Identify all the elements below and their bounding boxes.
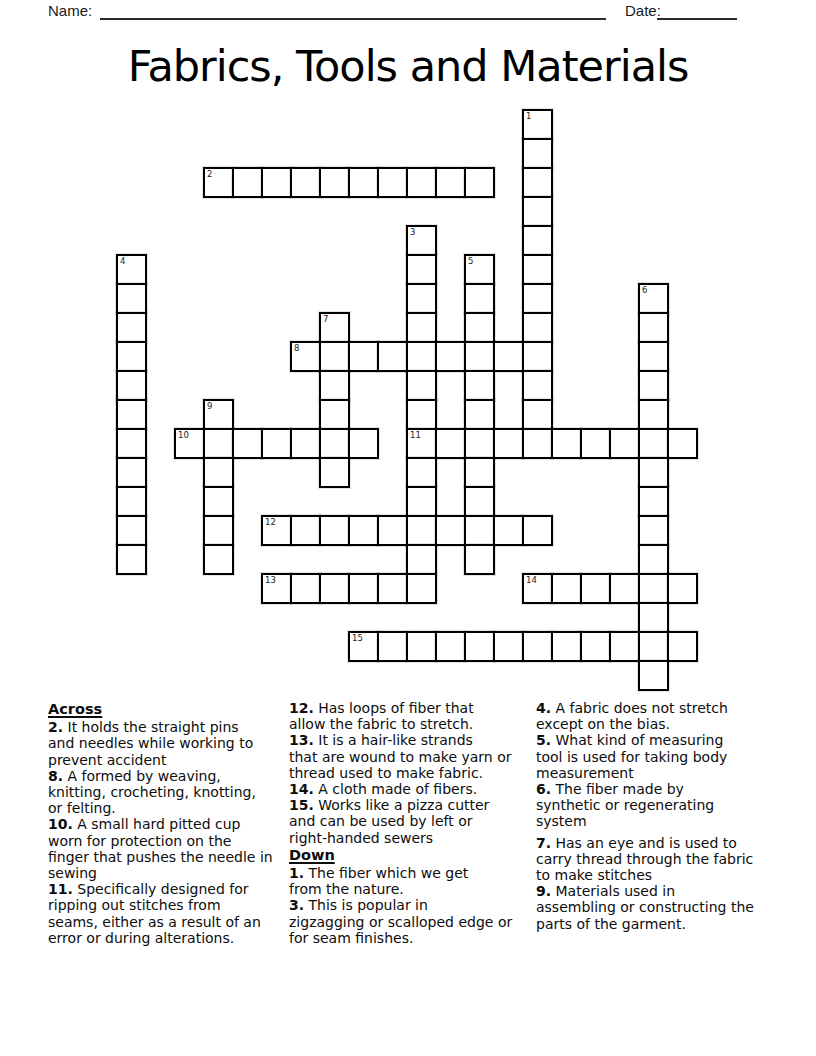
grid-cell-r11c7[interactable] [319,428,350,459]
grid-cell-r18c8[interactable]: 15 [348,631,379,662]
grid-cell-r11c18[interactable] [638,428,669,459]
grid-cell-r12c12[interactable] [464,457,495,488]
grid-cell-r16c8[interactable] [348,573,379,604]
grid-cell-r2c5[interactable] [261,167,292,198]
grid-cell-r12c18[interactable] [638,457,669,488]
grid-cell-r15c18[interactable] [638,544,669,575]
clue-number-15: 15 [352,633,363,643]
grid-cell-r14c7[interactable] [319,515,350,546]
grid-cell-r16c18[interactable] [638,573,669,604]
grid-cell-r5c10[interactable] [406,254,437,285]
grid-cell-r2c9[interactable] [377,167,408,198]
grid-cell-r2c8[interactable] [348,167,379,198]
crossword-grid: 123456789101112131415 [116,109,698,691]
grid-cell-r0c14[interactable]: 1 [522,109,553,140]
grid-cell-r10c0[interactable] [116,399,147,430]
grid-cell-r2c11[interactable] [435,167,466,198]
grid-cell-r8c18[interactable] [638,341,669,372]
grid-cell-r17c18[interactable] [638,602,669,633]
grid-cell-r11c14[interactable] [522,428,553,459]
grid-cell-r16c10[interactable] [406,573,437,604]
clue-number-12: 12 [265,517,276,527]
grid-cell-r11c11[interactable] [435,428,466,459]
clue-number-13: 13 [265,575,276,585]
grid-cell-r10c12[interactable] [464,399,495,430]
grid-cell-r15c12[interactable] [464,544,495,575]
grid-cell-r11c5[interactable] [261,428,292,459]
grid-cell-r18c18[interactable] [638,631,669,662]
grid-cell-r13c10[interactable] [406,486,437,517]
clue-down-4: 4. A fabric does not stretchexcept on th… [536,700,800,732]
clue-across-13: 13. It is a hair-like strandsthat are wo… [289,732,535,781]
clue-across-15: 15. Works like a pizza cutterand can be … [289,797,535,846]
grid-cell-r16c9[interactable] [377,573,408,604]
clue-number-11: 11 [410,430,421,440]
grid-cell-r9c12[interactable] [464,370,495,401]
grid-cell-r10c18[interactable] [638,399,669,430]
grid-cell-r8c14[interactable] [522,341,553,372]
grid-cell-r14c11[interactable] [435,515,466,546]
grid-cell-r8c6[interactable]: 8 [290,341,321,372]
grid-cell-r10c10[interactable] [406,399,437,430]
grid-cell-r4c14[interactable] [522,225,553,256]
grid-cell-r8c9[interactable] [377,341,408,372]
grid-cell-r2c7[interactable] [319,167,350,198]
clue-down-5: 5. What kind of measuringtool is used fo… [536,732,800,781]
grid-cell-r10c7[interactable] [319,399,350,430]
grid-cell-r1c14[interactable] [522,138,553,169]
grid-cell-r11c0[interactable] [116,428,147,459]
name-label: Name: [48,2,92,20]
clues-column-2: 12. Has loops of fiber thatallow the fab… [289,700,535,946]
grid-cell-r7c14[interactable] [522,312,553,343]
grid-cell-r14c6[interactable] [290,515,321,546]
grid-cell-r13c12[interactable] [464,486,495,517]
clue-number-10: 10 [178,430,189,440]
grid-cell-r5c12[interactable]: 5 [464,254,495,285]
clue-down-9: 9. Materials used inassembling or constr… [536,883,800,932]
across-heading: Across [48,701,288,717]
grid-cell-r16c19[interactable] [667,573,698,604]
grid-cell-r14c9[interactable] [377,515,408,546]
grid-cell-r5c0[interactable]: 4 [116,254,147,285]
grid-cell-r9c18[interactable] [638,370,669,401]
grid-cell-r19c18[interactable] [638,660,669,691]
clue-number-9: 9 [207,401,212,411]
grid-cell-r9c14[interactable] [522,370,553,401]
grid-cell-r7c0[interactable] [116,312,147,343]
grid-cell-r11c17[interactable] [609,428,640,459]
down-heading: Down [289,847,535,863]
worksheet-page: Name: Date: Fabrics, Tools and Materials… [0,0,816,1056]
grid-cell-r14c10[interactable] [406,515,437,546]
clues-column-3: 4. A fabric does not stretchexcept on th… [536,700,800,932]
grid-cell-r9c7[interactable] [319,370,350,401]
grid-cell-r3c14[interactable] [522,196,553,227]
grid-cell-r2c14[interactable] [522,167,553,198]
grid-cell-r18c16[interactable] [580,631,611,662]
grid-cell-r16c15[interactable] [551,573,582,604]
grid-cell-r18c19[interactable] [667,631,698,662]
grid-cell-r11c6[interactable] [290,428,321,459]
grid-cell-r15c10[interactable] [406,544,437,575]
grid-cell-r11c2[interactable]: 10 [174,428,205,459]
grid-cell-r16c14[interactable]: 14 [522,573,553,604]
grid-cell-r11c10[interactable]: 11 [406,428,437,459]
clue-across-10: 10. A small hard pitted cupworn for prot… [48,816,288,881]
grid-cell-r6c14[interactable] [522,283,553,314]
grid-cell-r8c13[interactable] [493,341,524,372]
grid-cell-r18c12[interactable] [464,631,495,662]
grid-cell-r9c0[interactable] [116,370,147,401]
grid-cell-r6c0[interactable] [116,283,147,314]
grid-cell-r16c16[interactable] [580,573,611,604]
grid-cell-r11c16[interactable] [580,428,611,459]
grid-cell-r11c4[interactable] [232,428,263,459]
clue-across-14: 14. A cloth made of fibers. [289,781,535,797]
grid-cell-r14c18[interactable] [638,515,669,546]
grid-cell-r14c13[interactable] [493,515,524,546]
grid-cell-r8c10[interactable] [406,341,437,372]
clue-down-3: 3. This is popular inzigzagging or scall… [289,897,535,946]
clue-down-1: 1. The fiber which we getfrom the nature… [289,865,535,897]
clue-number-8: 8 [294,343,299,353]
clue-number-4: 4 [120,256,125,266]
clue-across-2: 2. It holds the straight pinsand needles… [48,719,288,768]
grid-cell-r14c8[interactable] [348,515,379,546]
grid-cell-r15c0[interactable] [116,544,147,575]
grid-cell-r8c0[interactable] [116,341,147,372]
grid-cell-r16c5[interactable]: 13 [261,573,292,604]
grid-cell-r18c9[interactable] [377,631,408,662]
clue-down-7: 7. Has an eye and is used tocarry thread… [536,835,800,884]
clue-number-1: 1 [526,111,531,121]
grid-cell-r7c7[interactable]: 7 [319,312,350,343]
grid-cell-r16c17[interactable] [609,573,640,604]
grid-cell-r11c12[interactable] [464,428,495,459]
grid-cell-r14c3[interactable] [203,515,234,546]
grid-cell-r18c14[interactable] [522,631,553,662]
grid-cell-r11c8[interactable] [348,428,379,459]
clue-number-14: 14 [526,575,537,585]
grid-cell-r13c18[interactable] [638,486,669,517]
clue-across-11: 11. Specifically designed forripping out… [48,881,288,946]
grid-cell-r8c8[interactable] [348,341,379,372]
grid-cell-r7c12[interactable] [464,312,495,343]
grid-cell-r15c3[interactable] [203,544,234,575]
grid-cell-r2c3[interactable]: 2 [203,167,234,198]
grid-cell-r18c15[interactable] [551,631,582,662]
grid-cell-r8c11[interactable] [435,341,466,372]
grid-cell-r8c12[interactable] [464,341,495,372]
grid-cell-r12c0[interactable] [116,457,147,488]
grid-cell-r2c4[interactable] [232,167,263,198]
grid-cell-r18c11[interactable] [435,631,466,662]
clue-number-3: 3 [410,227,415,237]
grid-cell-r11c19[interactable] [667,428,698,459]
grid-cell-r9c10[interactable] [406,370,437,401]
grid-cell-r10c3[interactable]: 9 [203,399,234,430]
grid-cell-r8c7[interactable] [319,341,350,372]
grid-cell-r11c3[interactable] [203,428,234,459]
clue-number-5: 5 [468,256,473,266]
date-blank-line[interactable] [657,18,737,20]
grid-cell-r6c10[interactable] [406,283,437,314]
grid-cell-r10c14[interactable] [522,399,553,430]
grid-cell-r16c6[interactable] [290,573,321,604]
grid-cell-r18c17[interactable] [609,631,640,662]
grid-cell-r14c5[interactable]: 12 [261,515,292,546]
clue-number-6: 6 [642,285,647,295]
grid-cell-r18c13[interactable] [493,631,524,662]
grid-cell-r5c14[interactable] [522,254,553,285]
clue-number-2: 2 [207,169,212,179]
grid-cell-r14c12[interactable] [464,515,495,546]
grid-cell-r12c7[interactable] [319,457,350,488]
grid-cell-r4c10[interactable]: 3 [406,225,437,256]
clues-column-1: Across2. It holds the straight pinsand n… [48,700,288,946]
clue-across-8: 8. A formed by weaving,knitting, crochet… [48,768,288,817]
clue-down-6: 6. The fiber made bysynthetic or regener… [536,781,800,830]
grid-cell-r12c10[interactable] [406,457,437,488]
grid-cell-r2c6[interactable] [290,167,321,198]
grid-cell-r6c12[interactable] [464,283,495,314]
grid-cell-r11c15[interactable] [551,428,582,459]
grid-cell-r16c7[interactable] [319,573,350,604]
grid-cell-r2c12[interactable] [464,167,495,198]
grid-cell-r11c13[interactable] [493,428,524,459]
page-title: Fabrics, Tools and Materials [0,40,816,92]
grid-cell-r7c10[interactable] [406,312,437,343]
grid-cell-r13c0[interactable] [116,486,147,517]
name-blank-line[interactable] [100,18,606,20]
grid-cell-r7c18[interactable] [638,312,669,343]
grid-cell-r2c10[interactable] [406,167,437,198]
grid-cell-r13c3[interactable] [203,486,234,517]
clue-number-7: 7 [323,314,328,324]
grid-cell-r6c18[interactable]: 6 [638,283,669,314]
date-label: Date: [625,2,661,20]
grid-cell-r14c0[interactable] [116,515,147,546]
grid-cell-r14c14[interactable] [522,515,553,546]
grid-cell-r18c10[interactable] [406,631,437,662]
grid-cell-r12c3[interactable] [203,457,234,488]
clue-across-12: 12. Has loops of fiber thatallow the fab… [289,700,535,732]
